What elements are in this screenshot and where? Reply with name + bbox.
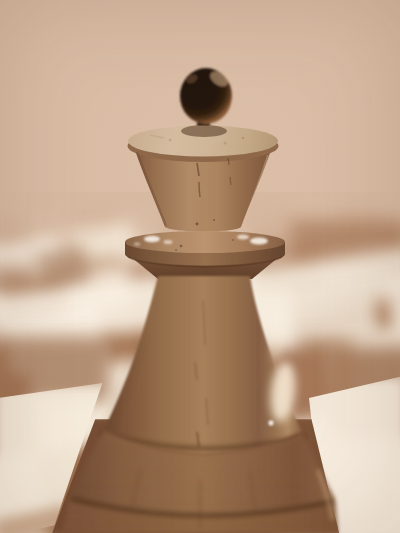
queen-body [101,276,305,454]
queen-finial-ball [180,68,232,130]
queen-crown [128,125,279,232]
screenshot [0,0,400,533]
chess-macro-photo [0,0,400,533]
queen-collar [125,231,285,279]
chess-queen-piece [0,0,400,533]
